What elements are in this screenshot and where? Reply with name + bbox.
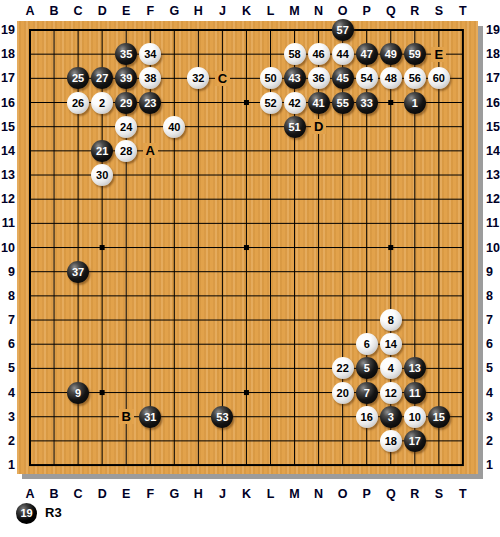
coord-bottom-C: C: [66, 486, 90, 502]
stone-white-60-S17: 60: [428, 67, 450, 89]
stone-white-58-M18: 58: [284, 43, 306, 65]
coord-bottom-F: F: [138, 486, 162, 502]
stone-white-6-P6: 6: [356, 333, 378, 355]
coord-bottom-P: P: [355, 486, 379, 502]
coord-left-14: 14: [0, 143, 15, 159]
coord-left-3: 3: [0, 409, 15, 425]
stone-black-23-F16: 23: [139, 92, 161, 114]
stone-black-57-O19: 57: [332, 19, 354, 41]
stone-white-4-Q5: 4: [380, 357, 402, 379]
go-kifu-diagram: 1234567891011121314151617182021222324252…: [0, 0, 500, 537]
stone-black-49-Q18: 49: [380, 43, 402, 65]
coord-right-11: 11: [486, 215, 500, 231]
caption-stone-19: 19: [16, 503, 37, 524]
coord-right-13: 13: [486, 167, 500, 183]
coord-right-14: 14: [486, 143, 500, 159]
coord-bottom-D: D: [90, 486, 114, 502]
stone-white-36-N17: 36: [308, 67, 330, 89]
coord-top-J: J: [210, 3, 234, 19]
coord-top-T: T: [451, 3, 475, 19]
coord-top-N: N: [307, 3, 331, 19]
stone-white-50-L17: 50: [260, 67, 282, 89]
coord-top-F: F: [138, 3, 162, 19]
coord-right-12: 12: [486, 191, 500, 207]
stone-white-56-R17: 56: [404, 67, 426, 89]
stone-black-31-F3: 31: [139, 406, 161, 428]
coord-bottom-L: L: [259, 486, 283, 502]
stone-black-9-C4: 9: [67, 382, 89, 404]
coord-top-M: M: [283, 3, 307, 19]
stone-white-18-Q2: 18: [380, 430, 402, 452]
go-board: 1234567891011121314151617182021222324252…: [17, 21, 478, 474]
stone-white-44-O18: 44: [332, 43, 354, 65]
coord-top-R: R: [403, 3, 427, 19]
coord-right-5: 5: [486, 360, 500, 376]
coord-left-7: 7: [0, 312, 15, 328]
coord-left-2: 2: [0, 433, 15, 449]
coord-bottom-G: G: [162, 486, 186, 502]
stone-black-47-P18: 47: [356, 43, 378, 65]
coord-right-17: 17: [486, 70, 500, 86]
stone-black-11-R4: 11: [404, 382, 426, 404]
coord-top-H: H: [186, 3, 210, 19]
board-grid: [17, 21, 478, 474]
coord-right-9: 9: [486, 264, 500, 280]
stone-black-59-R18: 59: [404, 43, 426, 65]
stone-black-37-C9: 37: [67, 261, 89, 283]
stone-white-8-Q7: 8: [380, 309, 402, 331]
stone-white-40-G15: 40: [163, 116, 185, 138]
stone-white-20-O4: 20: [332, 382, 354, 404]
coord-bottom-T: T: [451, 486, 475, 502]
stone-black-53-J3: 53: [211, 406, 233, 428]
stone-black-15-S3: 15: [428, 406, 450, 428]
stone-white-14-Q6: 14: [380, 333, 402, 355]
board-label-B-E3: B: [119, 409, 134, 424]
coord-bottom-O: O: [331, 486, 355, 502]
coord-left-1: 1: [0, 457, 15, 473]
coord-left-18: 18: [0, 46, 15, 62]
stone-white-54-P17: 54: [356, 67, 378, 89]
stone-white-52-L16: 52: [260, 92, 282, 114]
coord-bottom-E: E: [114, 486, 138, 502]
coord-top-P: P: [355, 3, 379, 19]
coord-left-17: 17: [0, 70, 15, 86]
stone-white-28-E14: 28: [115, 140, 137, 162]
stone-white-26-C16: 26: [67, 92, 89, 114]
coord-bottom-R: R: [403, 486, 427, 502]
stone-white-30-D13: 30: [91, 164, 113, 186]
stone-black-7-P4: 7: [356, 382, 378, 404]
coord-top-L: L: [259, 3, 283, 19]
coord-left-16: 16: [0, 95, 15, 111]
board-label-C-J17: C: [215, 71, 230, 86]
stone-black-1-R16: 1: [404, 92, 426, 114]
coord-right-3: 3: [486, 409, 500, 425]
coord-bottom-A: A: [18, 486, 42, 502]
coord-top-Q: Q: [379, 3, 403, 19]
coord-right-2: 2: [486, 433, 500, 449]
coord-right-19: 19: [486, 22, 500, 38]
stone-white-24-E15: 24: [115, 116, 137, 138]
stone-white-22-O5: 22: [332, 357, 354, 379]
coord-right-10: 10: [486, 240, 500, 256]
coord-right-15: 15: [486, 119, 500, 135]
coord-left-10: 10: [0, 240, 15, 256]
stone-black-5-P5: 5: [356, 357, 378, 379]
stone-white-42-M16: 42: [284, 92, 306, 114]
coord-left-11: 11: [0, 215, 15, 231]
board-label-D-N15: D: [311, 119, 326, 134]
coord-left-15: 15: [0, 119, 15, 135]
caption-move-location: R3: [45, 505, 62, 520]
coord-bottom-M: M: [283, 486, 307, 502]
coord-left-4: 4: [0, 385, 15, 401]
coord-bottom-S: S: [427, 486, 451, 502]
stone-black-29-E16: 29: [115, 92, 137, 114]
board-label-E-S18: E: [431, 47, 446, 62]
board-label-A-F14: A: [143, 143, 158, 158]
stone-black-51-M15: 51: [284, 116, 306, 138]
coord-left-19: 19: [0, 22, 15, 38]
coord-top-E: E: [114, 3, 138, 19]
stone-black-45-O17: 45: [332, 67, 354, 89]
coord-bottom-Q: Q: [379, 486, 403, 502]
coord-top-C: C: [66, 3, 90, 19]
stone-black-3-Q3: 3: [380, 406, 402, 428]
coord-right-4: 4: [486, 385, 500, 401]
coord-left-8: 8: [0, 288, 15, 304]
coord-bottom-H: H: [186, 486, 210, 502]
stone-white-12-Q4: 12: [380, 382, 402, 404]
stone-white-46-N18: 46: [308, 43, 330, 65]
stone-white-48-Q17: 48: [380, 67, 402, 89]
coord-top-K: K: [234, 3, 258, 19]
coord-bottom-K: K: [234, 486, 258, 502]
stone-white-10-R3: 10: [404, 406, 426, 428]
coord-left-5: 5: [0, 360, 15, 376]
coord-top-B: B: [42, 3, 66, 19]
coord-top-G: G: [162, 3, 186, 19]
stone-black-17-R2: 17: [404, 430, 426, 452]
stone-black-41-N16: 41: [308, 92, 330, 114]
coord-top-D: D: [90, 3, 114, 19]
coord-right-6: 6: [486, 336, 500, 352]
stone-white-16-P3: 16: [356, 406, 378, 428]
coord-right-7: 7: [486, 312, 500, 328]
coord-top-O: O: [331, 3, 355, 19]
coord-bottom-B: B: [42, 486, 66, 502]
coord-right-1: 1: [486, 457, 500, 473]
coord-right-18: 18: [486, 46, 500, 62]
coord-right-16: 16: [486, 95, 500, 111]
coord-left-6: 6: [0, 336, 15, 352]
stone-black-43-M17: 43: [284, 67, 306, 89]
stone-black-55-O16: 55: [332, 92, 354, 114]
coord-left-9: 9: [0, 264, 15, 280]
stone-black-21-D14: 21: [91, 140, 113, 162]
stone-white-2-D16: 2: [91, 92, 113, 114]
coord-left-13: 13: [0, 167, 15, 183]
coord-bottom-N: N: [307, 486, 331, 502]
coord-top-S: S: [427, 3, 451, 19]
coord-left-12: 12: [0, 191, 15, 207]
coord-right-8: 8: [486, 288, 500, 304]
stone-black-33-P16: 33: [356, 92, 378, 114]
coord-bottom-J: J: [210, 486, 234, 502]
coord-top-A: A: [18, 3, 42, 19]
